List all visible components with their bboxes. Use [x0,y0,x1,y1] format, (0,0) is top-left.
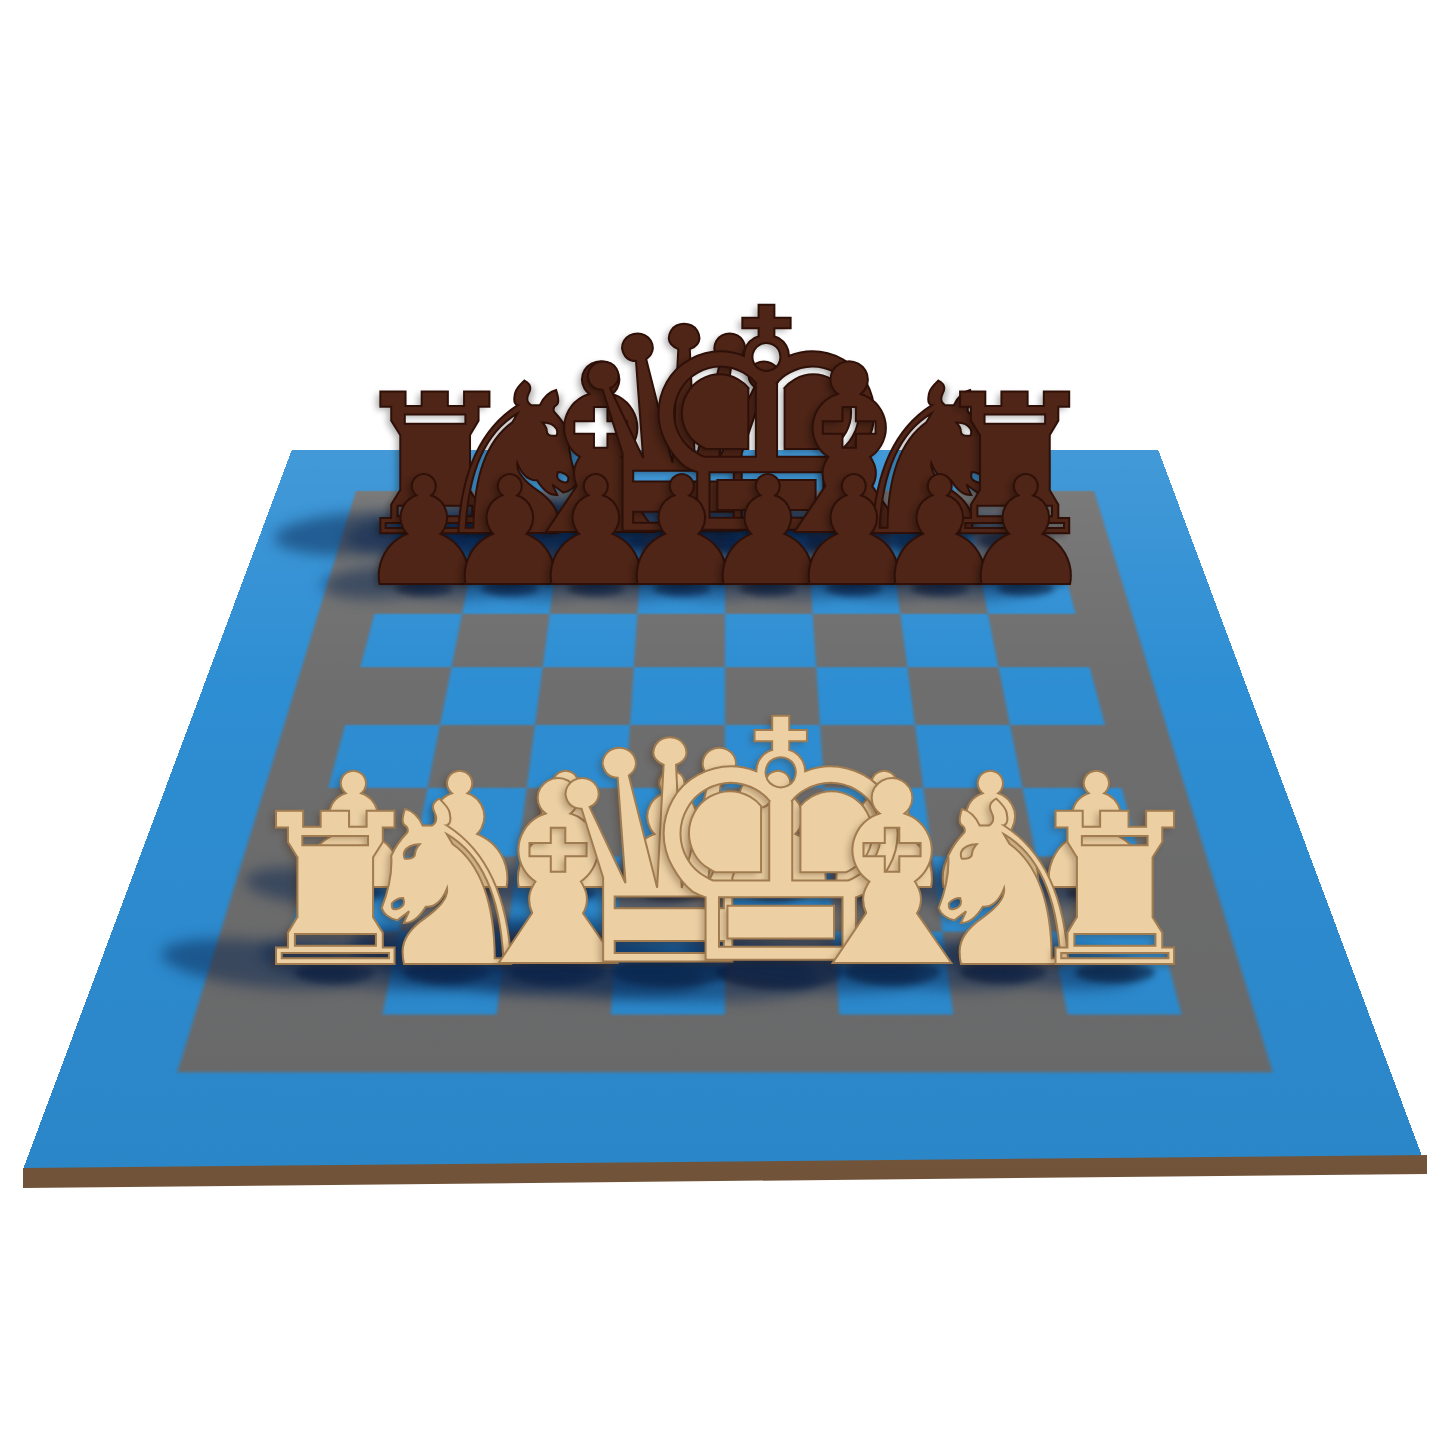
square-d6 [634,614,725,667]
square-d3 [621,788,725,857]
chess-board [23,450,1428,1170]
square-h4 [1010,725,1122,788]
square-a1 [268,932,399,1015]
square-a4 [328,725,440,788]
square-e3 [725,788,829,857]
square-f8 [806,519,893,565]
square-g4 [915,725,1022,788]
square-b8 [472,519,562,565]
square-g6 [900,614,998,667]
square-g5 [907,667,1010,725]
square-g7 [894,565,988,614]
square-b4 [428,725,535,788]
square-h3 [1022,788,1139,857]
square-b5 [440,667,543,725]
square-h1 [1051,932,1182,1015]
square-b6 [451,614,549,667]
square-e2 [725,857,834,932]
square-e6 [725,614,816,667]
square-e8 [725,519,809,565]
square-f7 [809,565,900,614]
chess-photo-scene: ♜♞♝♛♚♝♞♜♟♟♟♟♟♟♟♟♟♟♟♟♟♟♟♟♜♞♝♛♚♝♞♜ [0,0,1445,1445]
square-g2 [932,857,1051,932]
square-b7 [462,565,556,614]
square-g1 [942,932,1067,1015]
square-a8 [388,519,481,565]
square-c4 [527,725,630,788]
square-h5 [999,667,1105,725]
square-e5 [725,667,820,725]
square-b3 [414,788,527,857]
square-g8 [888,519,978,565]
square-a7 [374,565,471,614]
square-c8 [556,519,643,565]
square-d1 [611,932,725,1015]
square-a6 [360,614,462,667]
square-h8 [969,519,1062,565]
square-a5 [345,667,451,725]
square-c5 [535,667,634,725]
square-d4 [626,725,725,788]
square-d8 [641,519,725,565]
square-d7 [637,565,725,614]
square-f6 [813,614,908,667]
square-f4 [820,725,923,788]
square-c1 [497,932,617,1015]
square-c7 [550,565,641,614]
square-a2 [290,857,414,932]
square-g3 [923,788,1036,857]
square-h6 [988,614,1090,667]
square-h7 [978,565,1075,614]
square-d5 [630,667,725,725]
square-h2 [1036,857,1160,932]
square-f1 [834,932,954,1015]
square-b1 [382,932,507,1015]
square-a3 [310,788,427,857]
square-e4 [725,725,824,788]
board-surface [23,450,1428,1170]
square-f2 [829,857,943,932]
board-grid [268,519,1181,1015]
square-f5 [816,667,915,725]
square-d2 [616,857,725,932]
square-b2 [399,857,518,932]
square-c3 [518,788,626,857]
square-c6 [543,614,638,667]
square-e1 [725,932,839,1015]
square-f3 [824,788,932,857]
square-e7 [725,565,813,614]
square-c2 [508,857,622,932]
